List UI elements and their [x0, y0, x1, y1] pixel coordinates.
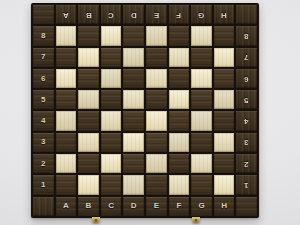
file-label-bottom-h: H	[214, 197, 235, 216]
file-label-bottom-e: E	[146, 197, 167, 216]
brass-hinge-left	[92, 217, 100, 223]
square-f7[interactable]	[169, 48, 190, 67]
square-f6[interactable]	[169, 69, 190, 88]
rank-label-right-5: 5	[236, 90, 257, 109]
square-h8[interactable]	[214, 26, 235, 45]
corner-top-left	[33, 5, 54, 24]
rank-label-left-4: 4	[33, 111, 54, 130]
square-c5[interactable]	[101, 90, 122, 109]
label-text: E	[154, 11, 159, 19]
label-text: 1	[41, 181, 45, 189]
file-label-bottom-a: A	[56, 197, 77, 216]
rank-label-right-7: 7	[236, 48, 257, 67]
square-g2[interactable]	[191, 154, 212, 173]
square-d1[interactable]	[123, 175, 144, 194]
square-h5[interactable]	[214, 90, 235, 109]
square-e5[interactable]	[146, 90, 167, 109]
brass-hinge-right	[192, 217, 200, 223]
square-f1[interactable]	[169, 175, 190, 194]
label-text: 5	[244, 96, 248, 104]
rank-label-left-1: 1	[33, 175, 54, 194]
label-text: G	[198, 202, 204, 210]
photo-background: ABCDEFGH8877665544332211ABCDEFGH	[0, 0, 300, 225]
square-e2[interactable]	[146, 154, 167, 173]
label-text: 7	[41, 53, 45, 61]
label-text: H	[221, 11, 227, 19]
label-text: 4	[41, 117, 45, 125]
label-text: 7	[244, 53, 248, 61]
file-label-top-c: C	[101, 5, 122, 24]
square-g5[interactable]	[191, 90, 212, 109]
label-text: G	[198, 11, 204, 19]
square-b3[interactable]	[78, 133, 99, 152]
square-g8[interactable]	[191, 26, 212, 45]
file-label-top-d: D	[123, 5, 144, 24]
square-b4[interactable]	[78, 111, 99, 130]
square-e4[interactable]	[146, 111, 167, 130]
chess-board: ABCDEFGH8877665544332211ABCDEFGH	[31, 3, 259, 218]
label-text: E	[154, 202, 159, 210]
square-b6[interactable]	[78, 69, 99, 88]
square-f3[interactable]	[169, 133, 190, 152]
label-text: 6	[244, 75, 248, 83]
label-text: 6	[41, 75, 45, 83]
square-g7[interactable]	[191, 48, 212, 67]
label-text: 1	[244, 181, 248, 189]
square-a5[interactable]	[56, 90, 77, 109]
square-d2[interactable]	[123, 154, 144, 173]
rank-label-right-6: 6	[236, 69, 257, 88]
square-f4[interactable]	[169, 111, 190, 130]
square-c4[interactable]	[101, 111, 122, 130]
file-label-top-b: B	[78, 5, 99, 24]
label-text: 3	[244, 138, 248, 146]
square-d3[interactable]	[123, 133, 144, 152]
corner-bottom-left	[33, 197, 54, 216]
square-a6[interactable]	[56, 69, 77, 88]
square-g1[interactable]	[191, 175, 212, 194]
rank-label-right-4: 4	[236, 111, 257, 130]
square-g4[interactable]	[191, 111, 212, 130]
square-c8[interactable]	[101, 26, 122, 45]
square-f5[interactable]	[169, 90, 190, 109]
square-a1[interactable]	[56, 175, 77, 194]
square-h2[interactable]	[214, 154, 235, 173]
square-c3[interactable]	[101, 133, 122, 152]
square-e1[interactable]	[146, 175, 167, 194]
square-b8[interactable]	[78, 26, 99, 45]
square-g6[interactable]	[191, 69, 212, 88]
label-text: 2	[41, 160, 45, 168]
file-label-top-g: G	[191, 5, 212, 24]
square-c6[interactable]	[101, 69, 122, 88]
square-h1[interactable]	[214, 175, 235, 194]
file-label-bottom-g: G	[191, 197, 212, 216]
square-b7[interactable]	[78, 48, 99, 67]
square-d5[interactable]	[123, 90, 144, 109]
label-text: B	[86, 202, 92, 210]
label-text: A	[63, 202, 69, 210]
square-c1[interactable]	[101, 175, 122, 194]
file-label-top-a: A	[56, 5, 77, 24]
rank-label-right-3: 3	[236, 133, 257, 152]
label-text: C	[108, 202, 114, 210]
label-text: 4	[244, 117, 248, 125]
corner-bottom-right	[236, 197, 257, 216]
label-text: D	[131, 11, 137, 19]
square-d7[interactable]	[123, 48, 144, 67]
label-text: A	[63, 11, 69, 19]
rank-label-left-7: 7	[33, 48, 54, 67]
rank-label-left-8: 8	[33, 26, 54, 45]
square-e7[interactable]	[146, 48, 167, 67]
square-e8[interactable]	[146, 26, 167, 45]
square-c2[interactable]	[101, 154, 122, 173]
square-h3[interactable]	[214, 133, 235, 152]
file-label-top-f: F	[169, 5, 190, 24]
square-a4[interactable]	[56, 111, 77, 130]
label-text: 2	[244, 160, 248, 168]
square-e6[interactable]	[146, 69, 167, 88]
square-c7[interactable]	[101, 48, 122, 67]
file-label-top-e: E	[146, 5, 167, 24]
file-label-bottom-f: F	[169, 197, 190, 216]
label-text: F	[176, 11, 181, 19]
square-d4[interactable]	[123, 111, 144, 130]
rank-label-left-6: 6	[33, 69, 54, 88]
label-text: 8	[244, 32, 248, 40]
square-a7[interactable]	[56, 48, 77, 67]
file-label-bottom-d: D	[123, 197, 144, 216]
label-text: C	[108, 11, 114, 19]
label-text: F	[176, 202, 181, 210]
square-f2[interactable]	[169, 154, 190, 173]
square-b5[interactable]	[78, 90, 99, 109]
square-h4[interactable]	[214, 111, 235, 130]
rank-label-left-2: 2	[33, 154, 54, 173]
square-e3[interactable]	[146, 133, 167, 152]
square-g3[interactable]	[191, 133, 212, 152]
label-text: 3	[41, 138, 45, 146]
square-d8[interactable]	[123, 26, 144, 45]
file-label-bottom-c: C	[101, 197, 122, 216]
file-label-bottom-b: B	[78, 197, 99, 216]
square-b2[interactable]	[78, 154, 99, 173]
square-a2[interactable]	[56, 154, 77, 173]
rank-label-left-5: 5	[33, 90, 54, 109]
label-text: 8	[41, 32, 45, 40]
label-text: B	[86, 11, 92, 19]
rank-label-left-3: 3	[33, 133, 54, 152]
square-h6[interactable]	[214, 69, 235, 88]
file-label-top-h: H	[214, 5, 235, 24]
label-text: D	[131, 202, 137, 210]
label-text: 5	[41, 96, 45, 104]
corner-top-right	[236, 5, 257, 24]
square-a3[interactable]	[56, 133, 77, 152]
label-text: H	[221, 202, 227, 210]
rank-label-right-8: 8	[236, 26, 257, 45]
square-b1[interactable]	[78, 175, 99, 194]
rank-label-right-1: 1	[236, 175, 257, 194]
square-h7[interactable]	[214, 48, 235, 67]
square-f8[interactable]	[169, 26, 190, 45]
rank-label-right-2: 2	[236, 154, 257, 173]
square-a8[interactable]	[56, 26, 77, 45]
square-d6[interactable]	[123, 69, 144, 88]
